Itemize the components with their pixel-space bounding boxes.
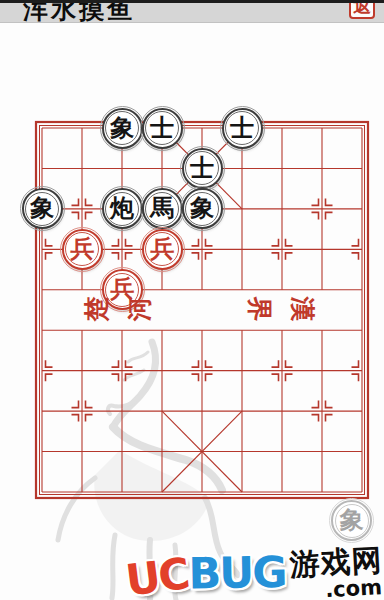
river-character: 界 xyxy=(246,296,272,322)
piece-character: 兵 xyxy=(70,237,94,261)
logo-site-name: 游戏网 xyxy=(288,544,383,580)
river-character: 楚 xyxy=(84,296,110,322)
piece-character: 士 xyxy=(150,116,174,140)
piece-black-elephant-f1r3[interactable]: 象 xyxy=(22,188,63,229)
logo-tld: .com xyxy=(324,576,382,600)
piece-character: 馬 xyxy=(150,196,174,220)
page-title: 浑水摸鱼 xyxy=(23,3,135,23)
top-strip xyxy=(0,0,384,3)
piece-character: 象 xyxy=(190,196,214,220)
river-label-chu-he: 楚河 xyxy=(84,296,153,322)
piece-black-horse-f4r3[interactable]: 馬 xyxy=(142,188,183,229)
river-character: 河 xyxy=(127,296,153,322)
piece-black-elephant-f5r3[interactable]: 象 xyxy=(182,188,223,229)
back-button[interactable]: 返 xyxy=(349,3,375,19)
piece-black-advisor-f5r2[interactable]: 士 xyxy=(182,148,223,189)
river-character: 漢 xyxy=(289,296,315,322)
board[interactable]: 象士士士象炮馬象兵兵兵 xyxy=(22,108,382,512)
title-bar: 浑水摸鱼 返 xyxy=(0,3,384,23)
piece-character: 士 xyxy=(190,156,214,180)
logo-uc: UC xyxy=(123,552,190,600)
piece-character: 象 xyxy=(110,116,134,140)
piece-ghost-elephant-offboard[interactable]: 象 xyxy=(331,500,372,541)
piece-black-elephant-f3r1[interactable]: 象 xyxy=(102,108,143,149)
piece-red-soldier-f2r4[interactable]: 兵 xyxy=(62,229,103,270)
logo-bug: BUG xyxy=(188,550,286,595)
piece-black-advisor-f4r1[interactable]: 士 xyxy=(142,108,183,149)
piece-character: 士 xyxy=(230,116,254,140)
piece-character: 象 xyxy=(30,196,54,220)
piece-black-advisor-f6r1[interactable]: 士 xyxy=(222,108,263,149)
game-screen: 楚河 界漢 象士士士象炮馬象兵兵兵 象 浑水摸鱼 返 UC BUG 游戏网 .c… xyxy=(0,0,384,600)
back-button-label: 返 xyxy=(353,3,371,15)
site-watermark: UC BUG 游戏网 .com xyxy=(124,544,384,600)
river-label-han-jie: 界漢 xyxy=(246,296,315,322)
piece-black-cannon-f3r3[interactable]: 炮 xyxy=(102,188,143,229)
piece-character: 兵 xyxy=(150,237,174,261)
piece-character: 炮 xyxy=(110,196,134,220)
piece-red-soldier-f4r4[interactable]: 兵 xyxy=(142,229,183,270)
